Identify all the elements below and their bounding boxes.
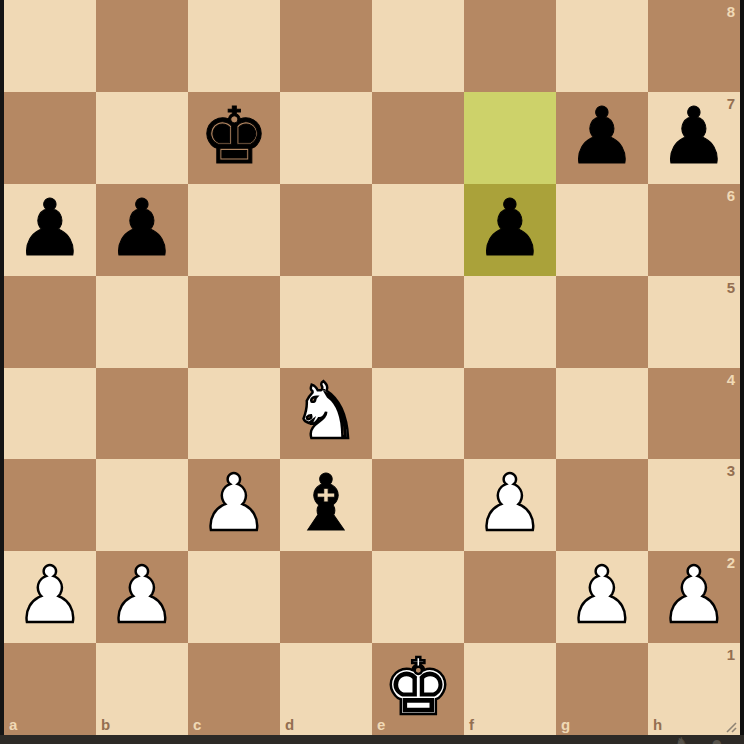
square-c8[interactable]	[188, 0, 280, 92]
square-a6[interactable]: ♟	[4, 184, 96, 276]
square-d3[interactable]: ♝	[280, 459, 372, 551]
chess-app: 8♚♟♟7♟♟♟65♞4♟♝♟3♟♟♟♟2abcd♚efgh1 ♞ ●	[0, 0, 744, 744]
square-b5[interactable]	[96, 276, 188, 368]
board-frame-right	[740, 0, 744, 744]
knight-icon: ♞	[675, 736, 688, 744]
square-h2[interactable]: ♟2	[648, 551, 740, 643]
coord-rank-6: 6	[727, 188, 735, 203]
square-b7[interactable]	[96, 92, 188, 184]
coord-file-g: g	[561, 717, 570, 732]
square-a3[interactable]	[4, 459, 96, 551]
square-h7[interactable]: ♟7	[648, 92, 740, 184]
square-e5[interactable]	[372, 276, 464, 368]
bottom-bar: ♞ ●	[0, 735, 744, 744]
black-pawn[interactable]: ♟	[567, 97, 637, 175]
coord-rank-5: 5	[727, 280, 735, 295]
chess-board: 8♚♟♟7♟♟♟65♞4♟♝♟3♟♟♟♟2abcd♚efgh1	[4, 0, 740, 735]
square-g3[interactable]	[556, 459, 648, 551]
square-b8[interactable]	[96, 0, 188, 92]
square-f5[interactable]	[464, 276, 556, 368]
square-h4[interactable]: 4	[648, 368, 740, 460]
square-e2[interactable]	[372, 551, 464, 643]
square-a2[interactable]: ♟	[4, 551, 96, 643]
square-h3[interactable]: 3	[648, 459, 740, 551]
square-e3[interactable]	[372, 459, 464, 551]
white-king[interactable]: ♚	[383, 648, 453, 726]
coord-file-c: c	[193, 717, 201, 732]
square-f3[interactable]: ♟	[464, 459, 556, 551]
square-h5[interactable]: 5	[648, 276, 740, 368]
white-pawn[interactable]: ♟	[15, 556, 85, 634]
black-pawn[interactable]: ♟	[659, 97, 729, 175]
square-g7[interactable]: ♟	[556, 92, 648, 184]
square-f2[interactable]	[464, 551, 556, 643]
square-b2[interactable]: ♟	[96, 551, 188, 643]
square-d6[interactable]	[280, 184, 372, 276]
square-c4[interactable]	[188, 368, 280, 460]
square-b1[interactable]: b	[96, 643, 188, 735]
square-b6[interactable]: ♟	[96, 184, 188, 276]
square-g5[interactable]	[556, 276, 648, 368]
square-h8[interactable]: 8	[648, 0, 740, 92]
coord-rank-1: 1	[727, 647, 735, 662]
square-b4[interactable]	[96, 368, 188, 460]
square-g4[interactable]	[556, 368, 648, 460]
square-e6[interactable]	[372, 184, 464, 276]
coord-file-f: f	[469, 717, 474, 732]
square-c7[interactable]: ♚	[188, 92, 280, 184]
coord-rank-3: 3	[727, 463, 735, 478]
square-e4[interactable]	[372, 368, 464, 460]
square-g2[interactable]: ♟	[556, 551, 648, 643]
square-c1[interactable]: c	[188, 643, 280, 735]
coord-rank-8: 8	[727, 4, 735, 19]
square-f7[interactable]	[464, 92, 556, 184]
square-a5[interactable]	[4, 276, 96, 368]
square-g1[interactable]: g	[556, 643, 648, 735]
square-g8[interactable]	[556, 0, 648, 92]
square-a1[interactable]: a	[4, 643, 96, 735]
square-e1[interactable]: ♚e	[372, 643, 464, 735]
square-f4[interactable]	[464, 368, 556, 460]
coord-rank-4: 4	[727, 372, 735, 387]
black-pawn[interactable]: ♟	[107, 189, 177, 267]
square-g6[interactable]	[556, 184, 648, 276]
dot-icon: ●	[712, 738, 722, 744]
square-e7[interactable]	[372, 92, 464, 184]
black-bishop[interactable]: ♝	[291, 464, 361, 542]
coord-file-a: a	[9, 717, 17, 732]
coord-file-h: h	[653, 717, 662, 732]
white-pawn[interactable]: ♟	[567, 556, 637, 634]
square-d1[interactable]: d	[280, 643, 372, 735]
square-d7[interactable]	[280, 92, 372, 184]
square-h6[interactable]: 6	[648, 184, 740, 276]
black-king[interactable]: ♚	[199, 97, 269, 175]
white-knight[interactable]: ♞	[291, 372, 361, 450]
square-e8[interactable]	[372, 0, 464, 92]
white-pawn[interactable]: ♟	[659, 556, 729, 634]
square-c2[interactable]	[188, 551, 280, 643]
square-a8[interactable]	[4, 0, 96, 92]
black-pawn[interactable]: ♟	[475, 189, 545, 267]
square-d8[interactable]	[280, 0, 372, 92]
white-pawn[interactable]: ♟	[107, 556, 177, 634]
square-f8[interactable]	[464, 0, 556, 92]
square-c3[interactable]: ♟	[188, 459, 280, 551]
square-c5[interactable]	[188, 276, 280, 368]
square-f6[interactable]: ♟	[464, 184, 556, 276]
coord-file-b: b	[101, 717, 110, 732]
square-c6[interactable]	[188, 184, 280, 276]
coord-file-d: d	[285, 717, 294, 732]
square-a4[interactable]	[4, 368, 96, 460]
square-a7[interactable]	[4, 92, 96, 184]
board-resize-handle[interactable]	[724, 719, 737, 732]
square-b3[interactable]	[96, 459, 188, 551]
square-h1[interactable]: h1	[648, 643, 740, 735]
square-d4[interactable]: ♞	[280, 368, 372, 460]
square-f1[interactable]: f	[464, 643, 556, 735]
square-d2[interactable]	[280, 551, 372, 643]
white-pawn[interactable]: ♟	[475, 464, 545, 542]
square-d5[interactable]	[280, 276, 372, 368]
black-pawn[interactable]: ♟	[15, 189, 85, 267]
white-pawn[interactable]: ♟	[199, 464, 269, 542]
board-frame-left	[0, 0, 4, 744]
